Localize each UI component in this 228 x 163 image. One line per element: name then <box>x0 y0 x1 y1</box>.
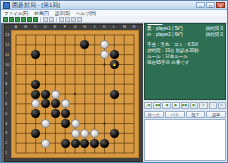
vcr-button[interactable]: ▶▶ <box>181 102 189 109</box>
coord-label-top: M <box>123 25 126 29</box>
black-stone <box>110 90 119 99</box>
black-stone: ▲ <box>110 60 119 69</box>
black-stone <box>80 139 89 148</box>
black-stone <box>61 109 70 118</box>
game-action-row: 待ったパス投了設定 <box>144 110 226 118</box>
last-move-triangle-icon: ▲ <box>112 62 117 67</box>
move-navigation-row: |◀◀◀◀▶▶▶▶|■□▶ <box>144 101 226 109</box>
menu-settings[interactable]: 設定(S) <box>55 11 70 16</box>
black-stone <box>51 109 60 118</box>
action-button[interactable]: 投了 <box>186 111 206 118</box>
coord-label-left: 7 <box>5 92 7 96</box>
action-button[interactable]: パス <box>165 111 185 118</box>
menu-file[interactable]: ファイル(F) <box>4 11 28 16</box>
white-time: 残時間 0 <box>206 32 223 38</box>
coord-label-left: 10 <box>5 63 9 67</box>
vcr-button[interactable]: ◀ <box>162 102 170 109</box>
coord-label-top: H <box>83 25 86 29</box>
coord-label-left: 8 <box>5 82 7 86</box>
coord-label-left: 3 <box>5 131 7 135</box>
black-stone <box>61 139 70 148</box>
coord-label-left: 11 <box>5 53 9 57</box>
coord-label-top: C <box>34 25 37 29</box>
coord-label-left: 5 <box>5 112 7 116</box>
toolbar-separator <box>40 17 41 22</box>
black-stone <box>90 139 99 148</box>
white-stone <box>41 119 50 128</box>
white-stone <box>71 129 80 138</box>
vcr-button: ▶ <box>218 102 226 109</box>
black-stone <box>41 90 50 99</box>
stone-icon[interactable] <box>27 17 32 22</box>
window-title: 囲碁対局 - [第1局] <box>12 1 196 9</box>
coord-label-left: 2 <box>5 141 7 145</box>
pass-icon[interactable] <box>33 17 38 22</box>
tab-game-info[interactable]: 対局 <box>147 23 163 25</box>
coord-label-top: G <box>74 25 77 29</box>
coord-label-left: 4 <box>5 122 7 126</box>
vcr-button: ■ <box>199 102 207 109</box>
help-icon[interactable] <box>77 17 82 22</box>
black-stone <box>110 129 119 138</box>
coord-label-left: 1 <box>5 151 7 155</box>
comment-box[interactable] <box>144 119 226 161</box>
white-stone <box>51 90 60 99</box>
app-window: 囲碁対局 - [第1局] – □ × ファイル(F) 対局(T) 設定(S) ヘ… <box>0 0 228 163</box>
coord-label-left: 12 <box>5 43 9 47</box>
black-stone <box>31 90 40 99</box>
black-stone <box>31 80 40 89</box>
save-record-icon[interactable] <box>15 17 20 22</box>
coord-label-left: 13 <box>5 33 9 37</box>
white-stone <box>61 99 70 108</box>
action-button[interactable]: 設定 <box>206 111 226 118</box>
black-stone <box>110 50 119 59</box>
white-stone <box>71 119 80 128</box>
game-info-line: 現在65手目 白番です <box>147 60 223 66</box>
minimize-button[interactable]: – <box>196 2 205 8</box>
coord-label-top: F <box>64 25 66 29</box>
count-icon[interactable] <box>49 17 54 22</box>
coord-label-left: 6 <box>5 102 7 106</box>
toolbar-separator <box>56 17 57 22</box>
menu-help[interactable]: ヘルプ(H) <box>76 11 96 16</box>
info-icon[interactable] <box>59 17 64 22</box>
coord-label-left: 9 <box>5 72 7 76</box>
coord-label-top: K <box>103 25 106 29</box>
coord-label-top: D <box>44 25 47 29</box>
title-bar[interactable]: 囲碁対局 - [第1局] – □ × <box>1 1 227 10</box>
black-stone <box>31 129 40 138</box>
white-player-line: 白：player2 ( 6k*) 残時間 0 <box>147 32 223 38</box>
action-button[interactable]: 待った <box>144 111 164 118</box>
open-record-icon[interactable] <box>9 17 14 22</box>
settings-icon[interactable] <box>71 17 76 22</box>
vcr-button[interactable]: |◀ <box>144 102 152 109</box>
board-backdrop: ▲ ABCDEFGHJKLMN13121110987654321 <box>1 23 143 162</box>
coord-label-top: A <box>15 25 18 29</box>
app-icon <box>3 2 10 9</box>
new-game-icon[interactable] <box>3 17 8 22</box>
coord-label-top: L <box>113 25 115 29</box>
vcr-button: □ <box>209 102 217 109</box>
board-icon[interactable] <box>21 17 26 22</box>
vcr-button[interactable]: ▶ <box>172 102 180 109</box>
game-info-panel: 対局 黒：player1 ( 5k*) 残時間 0 白：player2 ( 6k… <box>143 23 227 162</box>
black-stone <box>71 139 80 148</box>
chat-icon[interactable] <box>65 17 70 22</box>
game-info-box: 対局 黒：player1 ( 5k*) 残時間 0 白：player2 ( 6k… <box>144 23 226 100</box>
coord-label-top: J <box>93 25 95 29</box>
board-frame: ▲ ABCDEFGHJKLMN13121110987654321 <box>4 24 144 162</box>
go-board[interactable]: ▲ <box>11 30 139 158</box>
coord-label-top: B <box>24 25 27 29</box>
white-stone <box>41 139 50 148</box>
menu-game[interactable]: 対局(T) <box>34 11 49 16</box>
close-button[interactable]: × <box>216 2 225 8</box>
black-stone <box>61 119 70 128</box>
white-stone <box>90 129 99 138</box>
coord-label-top: N <box>133 25 136 29</box>
vcr-button[interactable]: ◀◀ <box>153 102 161 109</box>
undo-icon[interactable] <box>43 17 48 22</box>
vcr-button[interactable]: ▶| <box>190 102 198 109</box>
black-stone <box>100 139 109 148</box>
main-content: ▲ ABCDEFGHJKLMN13121110987654321 対局 黒：pl… <box>1 23 227 162</box>
maximize-button[interactable]: □ <box>206 2 215 8</box>
coord-label-top: E <box>54 25 57 29</box>
toolbar <box>1 16 227 23</box>
white-player-label: 白：player2 ( 6k*) <box>147 32 183 38</box>
